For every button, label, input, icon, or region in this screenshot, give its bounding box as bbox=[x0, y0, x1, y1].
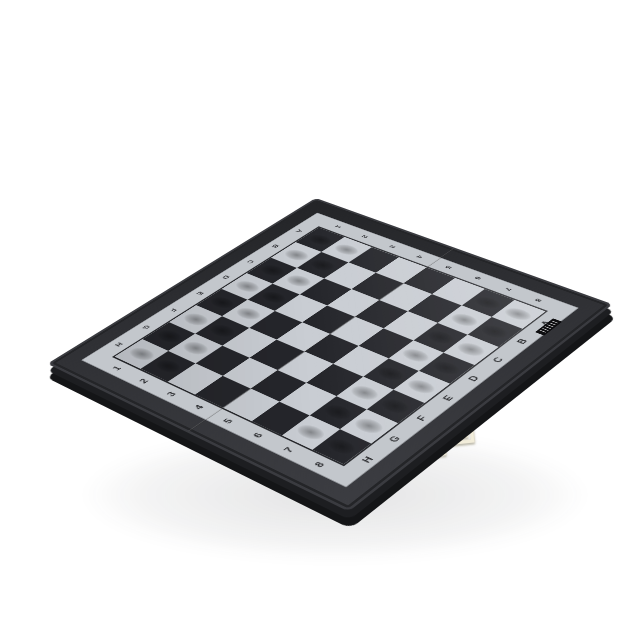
product-photo-scene: ♜♟♟♜♞♟♟♞♝♟♟♝♚♟♟♚♛♟♟♛♝♟♟♝♞♟♟♞♜♟♟♜ 1234567… bbox=[0, 0, 640, 640]
square-d4 bbox=[302, 305, 355, 334]
